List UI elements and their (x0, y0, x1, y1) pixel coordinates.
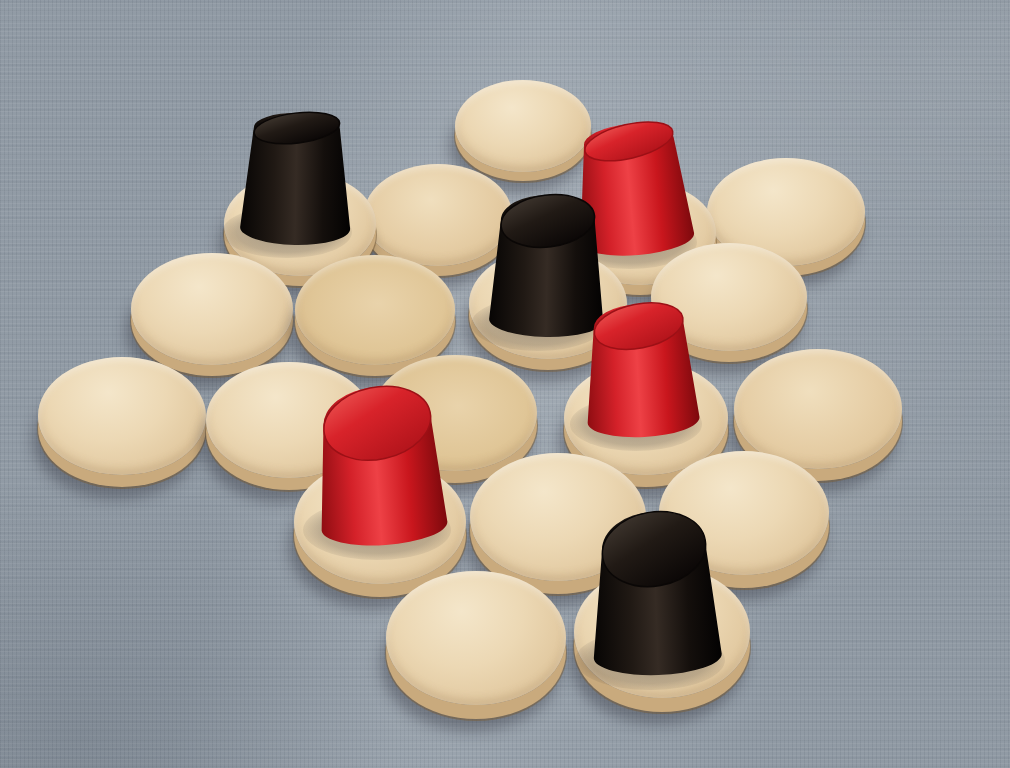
black-cone-piece[interactable] (583, 507, 729, 683)
board-disc-C2[interactable] (295, 255, 455, 365)
board-disc-C1[interactable] (131, 253, 293, 365)
red-cone-piece[interactable] (306, 380, 455, 555)
disc-board (0, 0, 1010, 768)
black-cone-piece[interactable] (234, 109, 358, 251)
board-disc-F1[interactable] (386, 571, 566, 705)
board-disc-D1[interactable] (38, 357, 206, 475)
red-cone-piece[interactable] (575, 298, 706, 445)
fabric-surface (0, 0, 1010, 768)
